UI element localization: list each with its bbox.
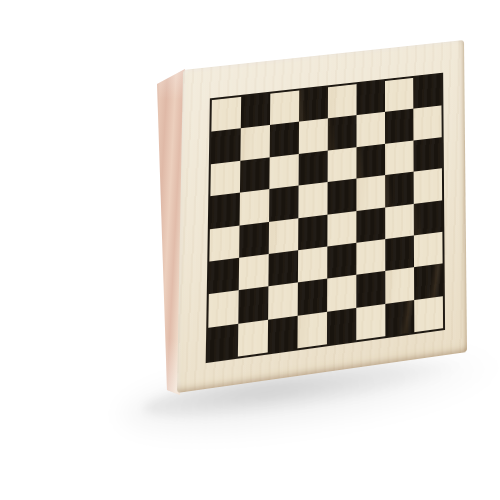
board-square	[327, 243, 356, 279]
board-square	[298, 182, 327, 218]
board-square	[385, 267, 414, 303]
board-square	[327, 179, 356, 214]
board-square	[385, 109, 413, 144]
board-square	[210, 161, 240, 197]
board-square	[298, 246, 327, 282]
board-square	[414, 232, 443, 268]
board-square	[241, 94, 271, 129]
board-square	[269, 186, 299, 222]
board-square	[413, 106, 441, 140]
board-square	[328, 147, 357, 182]
board-square	[211, 129, 241, 164]
board-square	[414, 264, 443, 300]
board-square	[211, 97, 241, 132]
game-board	[206, 73, 445, 363]
product-photo-scene	[0, 0, 500, 500]
board-square	[270, 122, 299, 157]
board-square	[356, 112, 385, 147]
board-square	[385, 172, 414, 207]
board-square	[414, 296, 443, 332]
board-square	[239, 221, 269, 257]
board-square	[299, 87, 328, 122]
board-square	[385, 140, 414, 175]
board-square	[299, 150, 328, 185]
board-square	[385, 300, 414, 336]
board-square	[239, 254, 269, 291]
board-square	[269, 218, 299, 254]
board-square	[385, 235, 414, 271]
board-square	[327, 275, 356, 311]
board-square	[356, 271, 385, 307]
board-square	[299, 119, 328, 154]
board-square	[240, 189, 270, 225]
board-square	[208, 290, 238, 327]
board-square	[270, 90, 299, 125]
board-square	[385, 203, 414, 239]
board-square	[240, 125, 270, 160]
board-square	[297, 311, 327, 348]
board-square	[327, 211, 356, 247]
board-square	[238, 287, 268, 324]
board-square	[414, 200, 443, 235]
board-square	[298, 279, 328, 316]
board-square	[209, 225, 239, 261]
board-square	[356, 144, 385, 179]
board-square	[240, 157, 270, 193]
board-square	[385, 78, 413, 112]
board-square	[413, 137, 441, 172]
board-square	[328, 115, 357, 150]
board-square	[357, 81, 385, 115]
board-square	[210, 193, 240, 229]
box-front-face	[177, 40, 467, 393]
board-square	[356, 304, 385, 341]
board-square	[327, 307, 356, 344]
board-square	[356, 175, 385, 210]
board-square	[298, 214, 327, 250]
board-square	[328, 84, 357, 119]
board-square	[268, 315, 298, 352]
board-square	[269, 154, 298, 189]
board-square	[356, 207, 385, 243]
board-square	[238, 319, 268, 356]
board-square	[208, 323, 239, 360]
board-square	[413, 75, 441, 109]
board-square	[209, 258, 239, 295]
board-square	[356, 239, 385, 275]
board-square	[414, 168, 443, 203]
board-square	[268, 283, 298, 320]
board-square	[268, 250, 298, 286]
